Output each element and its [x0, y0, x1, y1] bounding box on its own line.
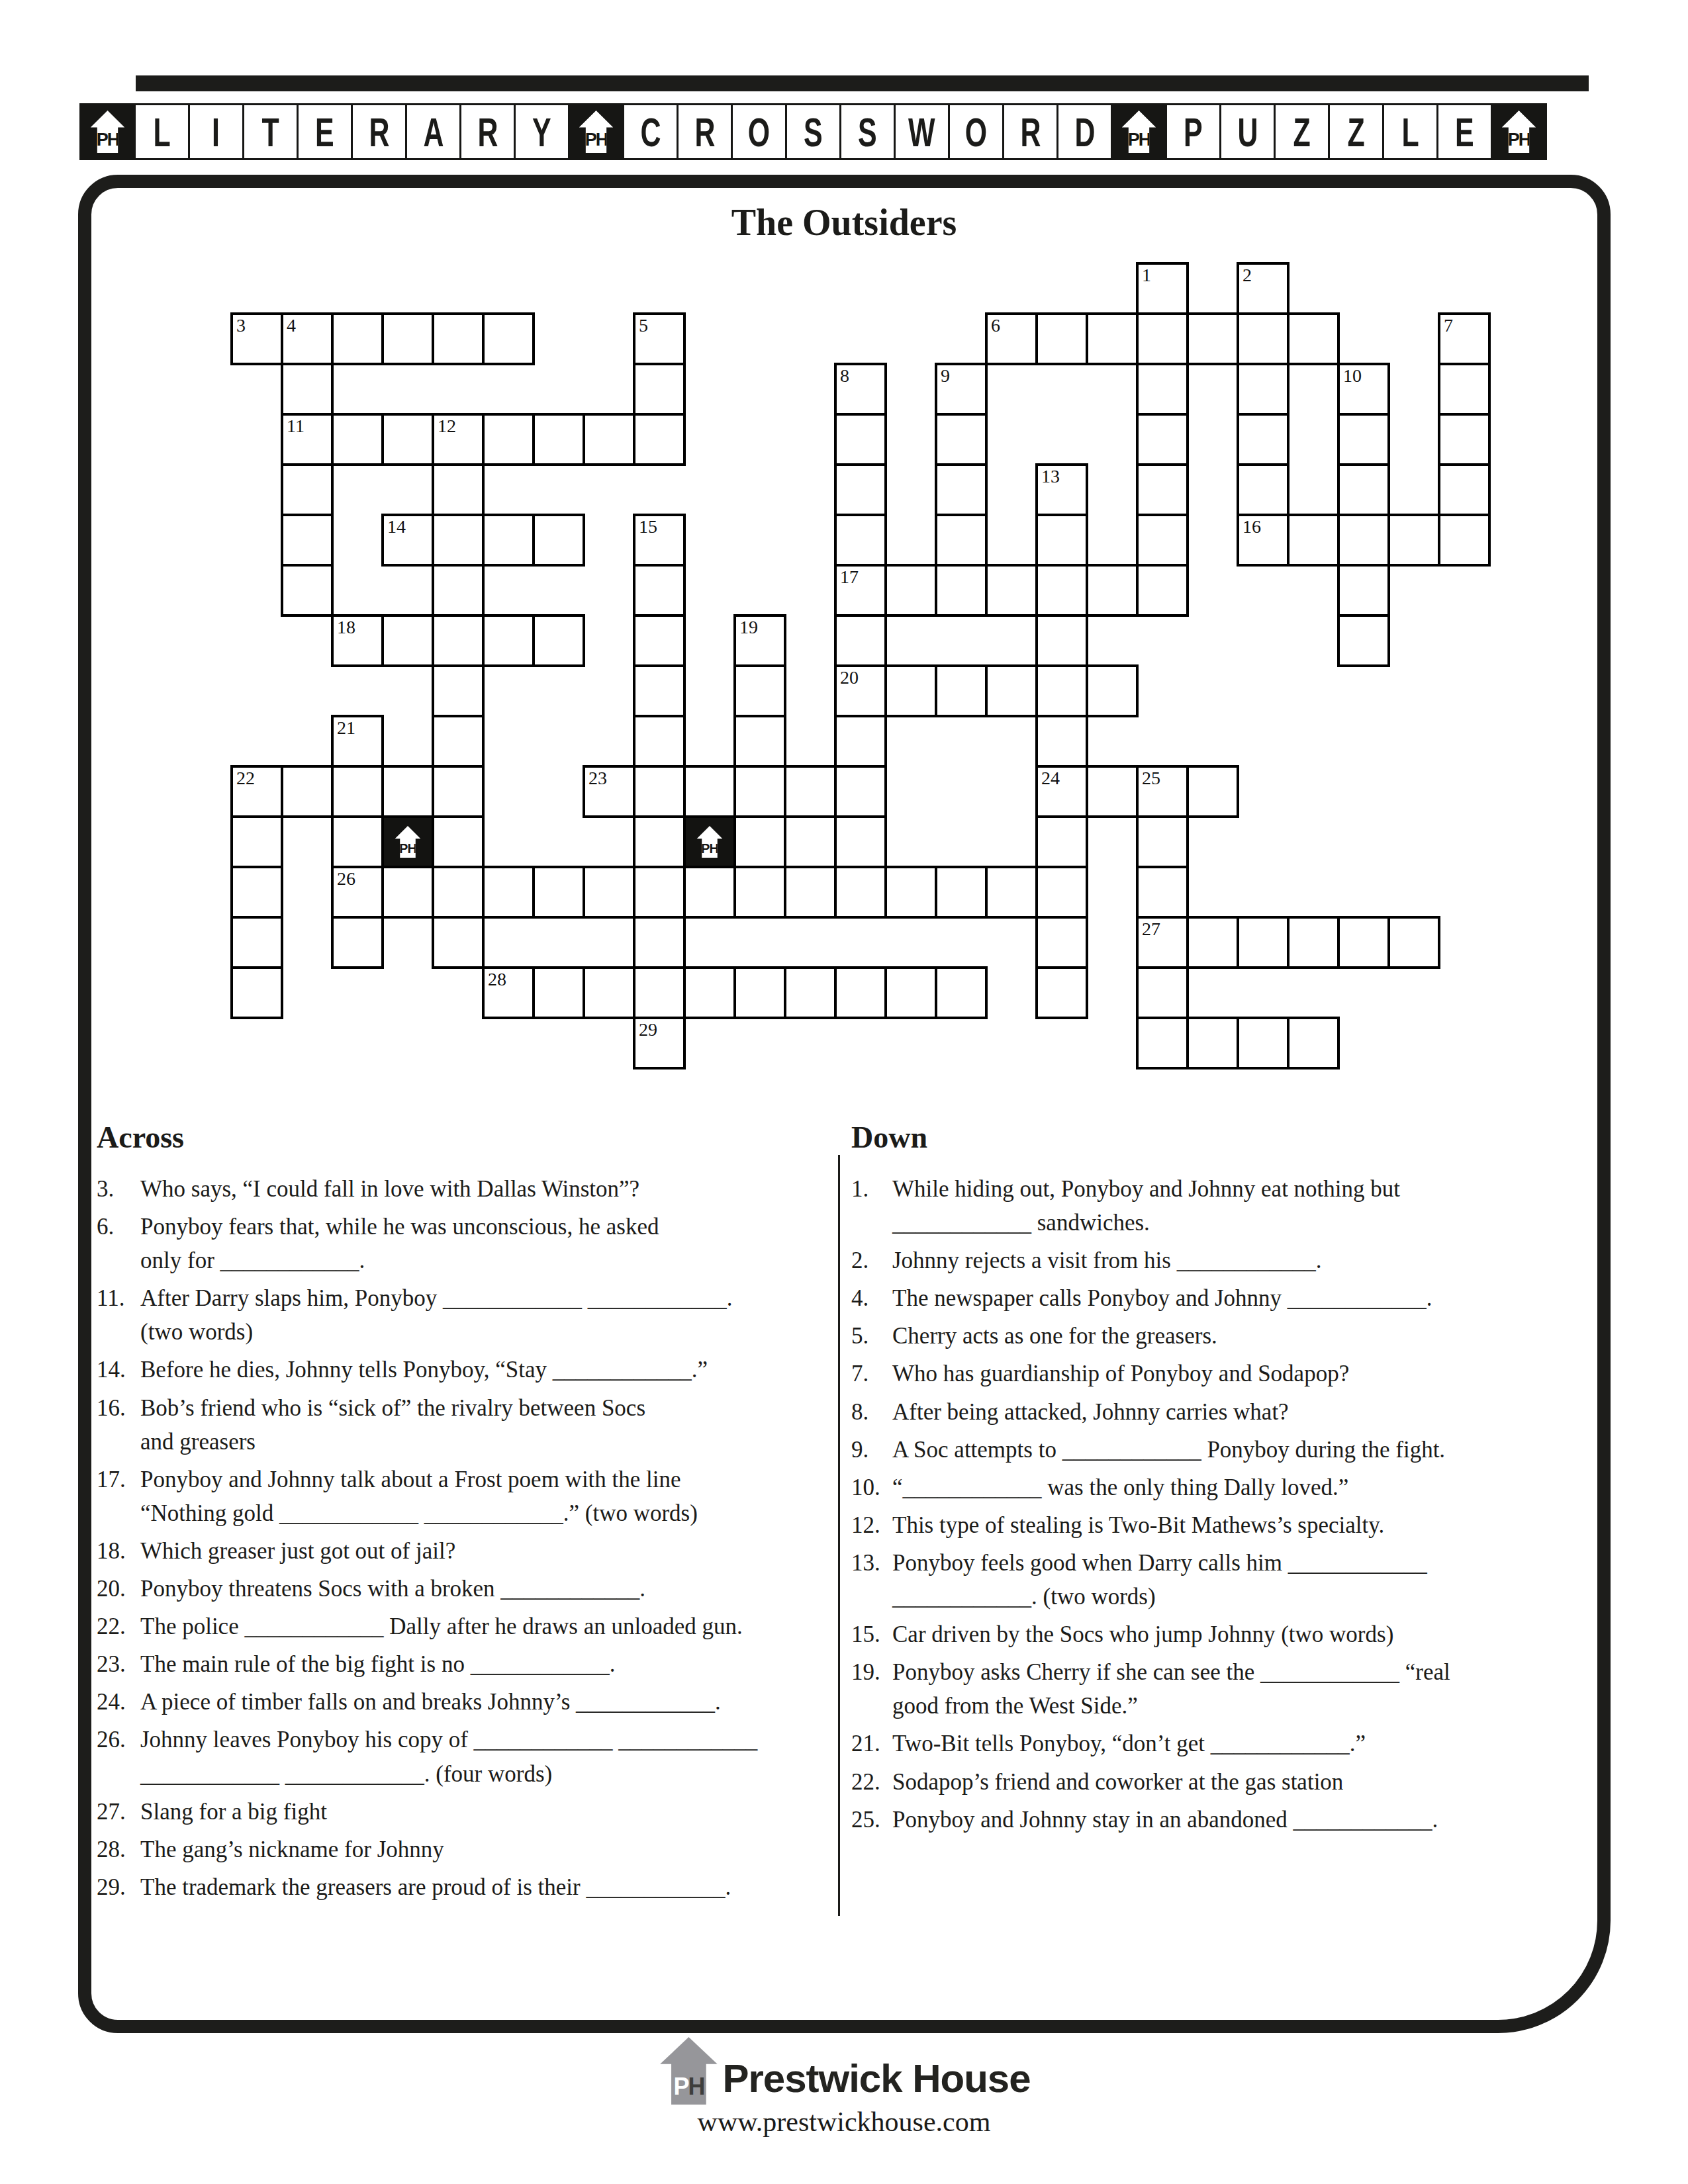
grid-cell[interactable] — [834, 614, 887, 667]
grid-cell[interactable]: 17 — [834, 564, 887, 617]
grid-cell[interactable] — [230, 815, 283, 868]
brand-row: PH Prestwick House — [657, 2037, 1030, 2105]
grid-cell[interactable] — [884, 664, 937, 717]
grid-cell[interactable] — [1337, 514, 1390, 567]
grid-cell[interactable] — [1287, 1017, 1340, 1069]
grid-cell[interactable] — [381, 614, 434, 667]
clue-text: Bob’s friend who is “sick of” the rivalr… — [140, 1391, 830, 1459]
clue: 1.While hiding out, Ponyboy and Johnny e… — [851, 1172, 1599, 1240]
grid-cell[interactable] — [834, 765, 887, 818]
banner-letter-box: Z — [1328, 103, 1384, 160]
ph-house-icon: PH — [568, 103, 624, 160]
cell-number: 13 — [1041, 467, 1060, 487]
clue: 14.Before he dies, Johnny tells Ponyboy,… — [97, 1353, 830, 1387]
grid-cell[interactable] — [1136, 413, 1189, 466]
grid-cell[interactable]: 4 — [281, 312, 334, 365]
grid-cell[interactable]: 14 — [381, 514, 434, 567]
grid-cell[interactable] — [432, 312, 485, 365]
across-heading: Across — [97, 1120, 830, 1155]
grid-cell[interactable] — [432, 715, 485, 768]
clue-number: 24. — [97, 1685, 140, 1719]
prestwick-house-logo-icon: PH — [657, 2037, 720, 2105]
grid-cell[interactable] — [432, 866, 485, 919]
clue-text: Cherry acts as one for the greasers. — [892, 1319, 1599, 1353]
banner-letter-box: E — [297, 103, 353, 160]
grid-cell[interactable] — [1136, 564, 1189, 617]
grid-cell[interactable] — [985, 664, 1038, 717]
grid-cell[interactable] — [583, 866, 635, 919]
grid-cell[interactable]: 29 — [633, 1017, 686, 1069]
clue-text: After Darry slaps him, Ponyboy _________… — [140, 1281, 830, 1349]
grid-cell[interactable] — [432, 916, 485, 969]
grid-cell[interactable] — [1186, 1017, 1239, 1069]
grid-cell[interactable]: 5 — [633, 312, 686, 365]
clue-number: 25. — [851, 1803, 892, 1837]
grid-cell[interactable] — [1136, 363, 1189, 416]
grid-cell[interactable] — [1035, 564, 1088, 617]
clue-number: 22. — [851, 1765, 892, 1799]
grid-cell[interactable] — [432, 664, 485, 717]
grid-cell[interactable] — [1287, 312, 1340, 365]
cell-number: 10 — [1343, 366, 1362, 387]
grid-ph-logo-block: PH — [686, 818, 733, 866]
cell-number: 9 — [941, 366, 950, 387]
grid-cell[interactable] — [784, 765, 837, 818]
grid-cell[interactable] — [432, 765, 485, 818]
house-icon: PH — [696, 826, 724, 858]
grid-cell[interactable] — [532, 966, 585, 1019]
clue-number: 18. — [97, 1534, 140, 1568]
grid-cell[interactable] — [381, 866, 434, 919]
clue-number: 11. — [97, 1281, 140, 1349]
grid-cell[interactable] — [1237, 1017, 1289, 1069]
grid-cell[interactable]: 9 — [935, 363, 988, 416]
grid-cell[interactable] — [935, 514, 988, 567]
brand-name: Prestwick House — [722, 2053, 1030, 2105]
grid-cell[interactable] — [1438, 363, 1491, 416]
grid-cell[interactable] — [1035, 966, 1088, 1019]
grid-cell[interactable] — [784, 966, 837, 1019]
cell-number: 14 — [387, 517, 406, 537]
grid-cell[interactable] — [1136, 1017, 1189, 1069]
cell-number: 6 — [991, 316, 1000, 336]
grid-cell[interactable]: 6 — [985, 312, 1038, 365]
cell-number: 17 — [840, 567, 859, 588]
grid-cell[interactable]: 25 — [1136, 765, 1189, 818]
clue-number: 15. — [851, 1617, 892, 1651]
clue-text: Who says, “I could fall in love with Dal… — [140, 1172, 830, 1206]
clue: 4.The newspaper calls Ponyboy and Johnny… — [851, 1281, 1599, 1315]
cell-number: 29 — [639, 1020, 657, 1040]
grid-cell[interactable]: 1 — [1136, 262, 1189, 315]
grid-cell[interactable] — [884, 564, 937, 617]
clue-text: A Soc attempts to ____________ Ponyboy d… — [892, 1433, 1599, 1467]
grid-cell[interactable] — [935, 564, 988, 617]
clue-text: “____________ was the only thing Dally l… — [892, 1471, 1599, 1504]
grid-cell[interactable] — [935, 866, 988, 919]
grid-cell[interactable] — [633, 715, 686, 768]
grid-cell[interactable] — [733, 715, 786, 768]
grid-cell[interactable]: 26 — [331, 866, 384, 919]
clue-text: Two-Bit tells Ponyboy, “don’t get ______… — [892, 1727, 1599, 1760]
cell-number: 21 — [337, 718, 355, 739]
clue-text: Ponyboy and Johnny talk about a Frost po… — [140, 1463, 830, 1530]
grid-cell[interactable] — [1438, 514, 1491, 567]
cell-number: 20 — [840, 668, 859, 688]
clue: 24.A piece of timber falls on and breaks… — [97, 1685, 830, 1719]
grid-cell[interactable] — [1186, 312, 1239, 365]
clue-text: Ponyboy fears that, while he was unconsc… — [140, 1210, 830, 1277]
grid-cell[interactable] — [1086, 664, 1139, 717]
cell-number: 15 — [639, 517, 657, 537]
banner-letter-box: E — [1436, 103, 1493, 160]
clue-number: 16. — [97, 1391, 140, 1459]
clue-number: 28. — [97, 1833, 140, 1866]
clue: 10.“____________ was the only thing Dall… — [851, 1471, 1599, 1504]
grid-cell[interactable] — [633, 363, 686, 416]
clue-text: Ponyboy and Johnny stay in an abandoned … — [892, 1803, 1599, 1837]
grid-cell[interactable] — [381, 413, 434, 466]
grid-cell[interactable] — [1136, 514, 1189, 567]
grid-cell[interactable] — [633, 413, 686, 466]
grid-cell[interactable] — [1035, 614, 1088, 667]
clue-text: Sodapop’s friend and coworker at the gas… — [892, 1765, 1599, 1799]
grid-cell[interactable]: 13 — [1035, 463, 1088, 516]
clue: 8.After being attacked, Johnny carries w… — [851, 1395, 1599, 1429]
clue-text: The newspaper calls Ponyboy and Johnny _… — [892, 1281, 1599, 1315]
clue: 12.This type of stealing is Two-Bit Math… — [851, 1508, 1599, 1542]
grid-ph-logo-block: PH — [384, 818, 432, 866]
grid-cell[interactable] — [1337, 564, 1390, 617]
banner-letter-box: L — [134, 103, 190, 160]
grid-cell[interactable]: 28 — [482, 966, 535, 1019]
grid-cell[interactable] — [532, 614, 585, 667]
grid-cell[interactable] — [1237, 916, 1289, 969]
grid-cell[interactable] — [733, 664, 786, 717]
grid-cell[interactable] — [331, 765, 384, 818]
grid-cell[interactable] — [633, 614, 686, 667]
grid-cell[interactable] — [1035, 664, 1088, 717]
grid-cell[interactable] — [683, 866, 736, 919]
grid-cell[interactable] — [733, 815, 786, 868]
cell-number: 25 — [1142, 768, 1160, 789]
clue: 16.Bob’s friend who is “sick of” the riv… — [97, 1391, 830, 1459]
clue-text: Johnny leaves Ponyboy his copy of ______… — [140, 1723, 830, 1790]
grid-cell[interactable] — [482, 312, 535, 365]
grid-cell[interactable]: 22 — [230, 765, 283, 818]
grid-cell[interactable] — [331, 413, 384, 466]
grid-cell[interactable] — [432, 614, 485, 667]
clue-text: Before he dies, Johnny tells Ponyboy, “S… — [140, 1353, 830, 1387]
clue-text: Ponyboy threatens Socs with a broken ___… — [140, 1572, 830, 1606]
clue-text: The gang’s nickname for Johnny — [140, 1833, 830, 1866]
grid-cell[interactable] — [381, 765, 434, 818]
grid-cell[interactable] — [1086, 765, 1139, 818]
clue-number: 1. — [851, 1172, 892, 1240]
cell-number: 5 — [639, 316, 648, 336]
grid-cell[interactable] — [432, 564, 485, 617]
banner-letter-box: I — [188, 103, 244, 160]
grid-cell[interactable] — [331, 815, 384, 868]
clue: 6.Ponyboy fears that, while he was uncon… — [97, 1210, 830, 1277]
banner-letter-box: U — [1219, 103, 1276, 160]
cell-number: 1 — [1142, 265, 1151, 286]
grid-cell[interactable]: 10 — [1337, 363, 1390, 416]
grid-cell[interactable] — [935, 463, 988, 516]
clue-number: 20. — [97, 1572, 140, 1606]
grid-cell[interactable] — [834, 966, 887, 1019]
website-url: www.prestwickhouse.com — [698, 2106, 991, 2138]
clue: 27.Slang for a big fight — [97, 1795, 830, 1829]
cell-number: 12 — [438, 416, 456, 437]
banner-letter-box: Y — [514, 103, 570, 160]
grid-cell[interactable] — [633, 765, 686, 818]
house-icon: PH — [578, 111, 615, 153]
grid-cell[interactable] — [884, 866, 937, 919]
clue: 22.Sodapop’s friend and coworker at the … — [851, 1765, 1599, 1799]
grid-cell[interactable]: 27 — [1136, 916, 1189, 969]
banner-letter-box: C — [622, 103, 679, 160]
grid-cell[interactable] — [633, 966, 686, 1019]
clue-number: 14. — [97, 1353, 140, 1387]
clue-text: The trademark the greasers are proud of … — [140, 1870, 830, 1904]
grid-cell[interactable] — [1438, 463, 1491, 516]
grid-cell[interactable] — [432, 815, 485, 868]
grid-cell[interactable] — [834, 715, 887, 768]
clue-text: After being attacked, Johnny carries wha… — [892, 1395, 1599, 1429]
grid-cell[interactable] — [281, 564, 334, 617]
clue: 5.Cherry acts as one for the greasers. — [851, 1319, 1599, 1353]
grid-cell[interactable]: 24 — [1035, 765, 1088, 818]
grid-cell[interactable] — [1035, 514, 1088, 567]
grid-cell[interactable] — [583, 413, 635, 466]
grid-cell[interactable] — [1438, 413, 1491, 466]
grid-cell[interactable] — [1387, 916, 1440, 969]
grid-cell[interactable]: 21 — [331, 715, 384, 768]
cell-number: 27 — [1142, 919, 1160, 940]
grid-cell[interactable] — [834, 866, 887, 919]
grid-cell[interactable] — [985, 866, 1038, 919]
clue-number: 7. — [851, 1357, 892, 1390]
banner-letter-box: O — [948, 103, 1004, 160]
cell-number: 23 — [588, 768, 607, 789]
grid-cell[interactable] — [1287, 514, 1340, 567]
banner-letter-box: T — [242, 103, 299, 160]
grid-cell[interactable] — [1337, 413, 1390, 466]
clue-text: Ponyboy feels good when Darry calls him … — [892, 1546, 1599, 1614]
clue-text: The main rule of the big fight is no ___… — [140, 1647, 830, 1681]
grid-cell[interactable] — [1387, 514, 1440, 567]
grid-cell[interactable] — [935, 664, 988, 717]
grid-cell[interactable] — [532, 413, 585, 466]
cell-number: 16 — [1243, 517, 1261, 537]
clue: 22.The police ____________ Dally after h… — [97, 1610, 830, 1643]
grid-cell[interactable] — [633, 564, 686, 617]
grid-cell[interactable] — [733, 866, 786, 919]
down-clues-section: Down 1.While hiding out, Ponyboy and Joh… — [851, 1120, 1599, 1841]
grid-cell[interactable] — [633, 916, 686, 969]
grid-cell[interactable] — [884, 966, 937, 1019]
banner-letter-box: P — [1165, 103, 1221, 160]
clue-number: 29. — [97, 1870, 140, 1904]
grid-cell[interactable] — [1237, 312, 1289, 365]
cell-number: 7 — [1444, 316, 1453, 336]
grid-cell[interactable] — [1086, 564, 1139, 617]
grid-cell[interactable] — [1337, 614, 1390, 667]
grid-cell[interactable] — [1136, 815, 1189, 868]
grid-cell[interactable] — [733, 966, 786, 1019]
grid-cell[interactable] — [1136, 966, 1189, 1019]
cell-number: 2 — [1243, 265, 1252, 286]
clue-text: Johnny rejects a visit from his ________… — [892, 1244, 1599, 1277]
across-clue-list: 3.Who says, “I could fall in love with D… — [97, 1172, 830, 1904]
grid-cell[interactable] — [281, 514, 334, 567]
grid-cell[interactable] — [1186, 765, 1239, 818]
clue-number: 2. — [851, 1244, 892, 1277]
clue: 9.A Soc attempts to ____________ Ponyboy… — [851, 1433, 1599, 1467]
clue-number: 13. — [851, 1546, 892, 1614]
clue-text: Car driven by the Socs who jump Johnny (… — [892, 1617, 1599, 1651]
grid-cell[interactable] — [1136, 463, 1189, 516]
banner-letter-box: R — [459, 103, 516, 160]
banner-letter-box: Z — [1274, 103, 1330, 160]
grid-cell[interactable]: 7 — [1438, 312, 1491, 365]
grid-cell[interactable]: 2 — [1237, 262, 1289, 315]
banner-letter-box: L — [1382, 103, 1438, 160]
grid-cell[interactable]: 8 — [834, 363, 887, 416]
grid-cell[interactable] — [935, 413, 988, 466]
grid-cell[interactable] — [834, 514, 887, 567]
clue-number: 22. — [97, 1610, 140, 1643]
grid-cell[interactable] — [1086, 312, 1139, 365]
grid-cell[interactable]: 19 — [733, 614, 786, 667]
grid-cell[interactable] — [1035, 715, 1088, 768]
clue-text: While hiding out, Ponyboy and Johnny eat… — [892, 1172, 1599, 1240]
clue-number: 27. — [97, 1795, 140, 1829]
banner-letter-box: W — [894, 103, 950, 160]
clue: 13.Ponyboy feels good when Darry calls h… — [851, 1546, 1599, 1614]
grid-cell[interactable]: 12 — [432, 413, 485, 466]
grid-cell[interactable] — [683, 765, 736, 818]
grid-cell[interactable]: 20 — [834, 664, 887, 717]
grid-cell[interactable]: 23 — [583, 765, 635, 818]
clue: 7.Who has guardianship of Ponyboy and So… — [851, 1357, 1599, 1390]
clue: 15.Car driven by the Socs who jump Johnn… — [851, 1617, 1599, 1651]
grid-cell[interactable] — [331, 916, 384, 969]
grid-cell[interactable] — [482, 514, 535, 567]
grid-cell[interactable] — [1237, 363, 1289, 416]
grid-cell[interactable] — [432, 514, 485, 567]
grid-cell[interactable] — [1287, 916, 1340, 969]
grid-cell[interactable] — [482, 866, 535, 919]
house-icon: PH — [1121, 111, 1158, 153]
grid-cell[interactable] — [1186, 916, 1239, 969]
grid-cell[interactable] — [1237, 463, 1289, 516]
down-clue-list: 1.While hiding out, Ponyboy and Johnny e… — [851, 1172, 1599, 1837]
grid-cell[interactable] — [683, 966, 736, 1019]
grid-cell[interactable] — [230, 966, 283, 1019]
grid-cell[interactable] — [331, 312, 384, 365]
clue: 3.Who says, “I could fall in love with D… — [97, 1172, 830, 1206]
clue-text: The police ____________ Dally after he d… — [140, 1610, 830, 1643]
cell-number: 8 — [840, 366, 849, 387]
clue-number: 4. — [851, 1281, 892, 1315]
grid-cell[interactable] — [1337, 916, 1390, 969]
banner-letter-box: A — [405, 103, 461, 160]
crossword-grid: 1234567891011121314151617181920212223242… — [230, 262, 1488, 1067]
grid-cell[interactable] — [482, 413, 535, 466]
grid-cell[interactable] — [1035, 916, 1088, 969]
grid-cell[interactable] — [935, 966, 988, 1019]
clue: 17.Ponyboy and Johnny talk about a Frost… — [97, 1463, 830, 1530]
clue-text: Which greaser just got out of jail? — [140, 1534, 830, 1568]
cell-number: 3 — [236, 316, 246, 336]
grid-cell[interactable] — [1237, 413, 1289, 466]
grid-cell[interactable]: 18 — [331, 614, 384, 667]
grid-cell[interactable] — [834, 463, 887, 516]
cell-number: 18 — [337, 617, 355, 638]
grid-cell[interactable] — [1337, 463, 1390, 516]
grid-cell[interactable] — [784, 866, 837, 919]
banner-letter-box: R — [677, 103, 733, 160]
clue: 11.After Darry slaps him, Ponyboy ______… — [97, 1281, 830, 1349]
grid-cell[interactable] — [281, 363, 334, 416]
grid-cell[interactable] — [281, 463, 334, 516]
cell-number: 24 — [1041, 768, 1060, 789]
clue: 21.Two-Bit tells Ponyboy, “don’t get ___… — [851, 1727, 1599, 1760]
banner-letter-box: O — [731, 103, 787, 160]
grid-cell[interactable] — [1136, 866, 1189, 919]
cell-number: 22 — [236, 768, 255, 789]
clue: 23.The main rule of the big fight is no … — [97, 1647, 830, 1681]
clue-text: Slang for a big fight — [140, 1795, 830, 1829]
grid-cell[interactable] — [583, 966, 635, 1019]
grid-cell[interactable] — [532, 514, 585, 567]
grid-cell[interactable] — [230, 866, 283, 919]
grid-cell[interactable]: 11 — [281, 413, 334, 466]
house-icon: PH — [1501, 111, 1538, 153]
grid-cell[interactable] — [1035, 866, 1088, 919]
clue-text: A piece of timber falls on and breaks Jo… — [140, 1685, 830, 1719]
grid-cell[interactable] — [532, 866, 585, 919]
grid-cell[interactable] — [1136, 312, 1189, 365]
grid-cell[interactable] — [281, 765, 334, 818]
clue-number: 3. — [97, 1172, 140, 1206]
grid-cell[interactable] — [381, 312, 434, 365]
grid-cell[interactable] — [633, 664, 686, 717]
grid-cell[interactable] — [230, 916, 283, 969]
grid-cell[interactable] — [482, 614, 535, 667]
grid-cell[interactable] — [985, 564, 1038, 617]
ph-house-icon: PH — [1491, 103, 1547, 160]
grid-cell[interactable] — [1035, 815, 1088, 868]
grid-cell[interactable] — [633, 866, 686, 919]
house-icon: PH — [89, 111, 126, 153]
down-heading: Down — [851, 1120, 1599, 1155]
grid-cell[interactable]: 3 — [230, 312, 283, 365]
grid-cell[interactable] — [733, 765, 786, 818]
grid-cell[interactable] — [1035, 312, 1088, 365]
grid-cell[interactable] — [834, 815, 887, 868]
grid-cell[interactable] — [432, 463, 485, 516]
clue-number: 19. — [851, 1655, 892, 1723]
grid-cell[interactable] — [633, 815, 686, 868]
ph-house-icon: PH — [79, 103, 136, 160]
grid-cell[interactable]: 15 — [633, 514, 686, 567]
grid-cell[interactable]: 16 — [1237, 514, 1289, 567]
clue-number: 26. — [97, 1723, 140, 1790]
grid-cell[interactable] — [834, 413, 887, 466]
